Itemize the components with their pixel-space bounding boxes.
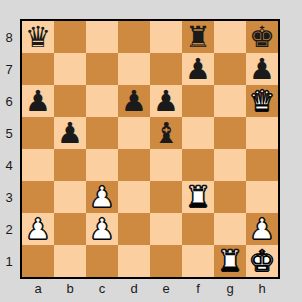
square-e7[interactable] [150, 53, 182, 85]
square-c1[interactable] [86, 245, 118, 277]
square-a5[interactable] [22, 117, 54, 149]
square-d5[interactable] [118, 117, 150, 149]
white-pawn[interactable]: ♟ [86, 213, 118, 245]
square-d1[interactable] [118, 245, 150, 277]
square-e4[interactable] [150, 149, 182, 181]
square-c3[interactable]: ♟ [86, 181, 118, 213]
black-queen[interactable]: ♛ [22, 21, 54, 53]
square-h5[interactable] [246, 117, 278, 149]
square-h3[interactable] [246, 181, 278, 213]
square-h8[interactable]: ♚ [246, 21, 278, 53]
square-a7[interactable] [22, 53, 54, 85]
white-rook[interactable]: ♜ [214, 245, 246, 277]
rank-label-6: 6 [0, 85, 18, 117]
square-a6[interactable]: ♟ [22, 85, 54, 117]
square-c8[interactable] [86, 21, 118, 53]
square-h4[interactable] [246, 149, 278, 181]
black-pawn[interactable]: ♟ [246, 53, 278, 85]
file-label-d: d [118, 281, 150, 299]
file-label-g: g [214, 281, 246, 299]
square-g2[interactable] [214, 213, 246, 245]
square-a3[interactable] [22, 181, 54, 213]
square-d6[interactable]: ♟ [118, 85, 150, 117]
rank-label-2: 2 [0, 213, 18, 245]
rank-label-8: 8 [0, 21, 18, 53]
black-rook[interactable]: ♜ [182, 21, 214, 53]
square-b1[interactable] [54, 245, 86, 277]
square-g1[interactable]: ♜ [214, 245, 246, 277]
black-pawn[interactable]: ♟ [150, 85, 182, 117]
square-h7[interactable]: ♟ [246, 53, 278, 85]
square-f2[interactable] [182, 213, 214, 245]
square-c4[interactable] [86, 149, 118, 181]
square-e3[interactable] [150, 181, 182, 213]
square-f5[interactable] [182, 117, 214, 149]
square-b5[interactable]: ♟ [54, 117, 86, 149]
square-b8[interactable] [54, 21, 86, 53]
square-e8[interactable] [150, 21, 182, 53]
square-g5[interactable] [214, 117, 246, 149]
square-c5[interactable] [86, 117, 118, 149]
square-f8[interactable]: ♜ [182, 21, 214, 53]
square-d3[interactable] [118, 181, 150, 213]
rank-labels: 87654321 [0, 21, 18, 277]
square-b3[interactable] [54, 181, 86, 213]
square-c2[interactable]: ♟ [86, 213, 118, 245]
square-d2[interactable] [118, 213, 150, 245]
square-d4[interactable] [118, 149, 150, 181]
square-f1[interactable] [182, 245, 214, 277]
file-label-e: e [150, 281, 182, 299]
square-g7[interactable] [214, 53, 246, 85]
white-pawn[interactable]: ♟ [22, 213, 54, 245]
chess-board: ♛♜♚♟♟♟♟♟♛♟♝♟♜♟♟♟♜♚ [20, 19, 280, 279]
square-h2[interactable]: ♟ [246, 213, 278, 245]
rank-label-7: 7 [0, 53, 18, 85]
square-d7[interactable] [118, 53, 150, 85]
square-g3[interactable] [214, 181, 246, 213]
square-h1[interactable]: ♚ [246, 245, 278, 277]
square-b2[interactable] [54, 213, 86, 245]
file-label-b: b [54, 281, 86, 299]
white-pawn[interactable]: ♟ [246, 213, 278, 245]
rank-label-4: 4 [0, 149, 18, 181]
square-g4[interactable] [214, 149, 246, 181]
rank-label-1: 1 [0, 245, 18, 277]
square-e6[interactable]: ♟ [150, 85, 182, 117]
square-a1[interactable] [22, 245, 54, 277]
black-pawn[interactable]: ♟ [118, 85, 150, 117]
white-pawn[interactable]: ♟ [86, 181, 118, 213]
black-pawn[interactable]: ♟ [54, 117, 86, 149]
square-b6[interactable] [54, 85, 86, 117]
rank-label-5: 5 [0, 117, 18, 149]
square-e2[interactable] [150, 213, 182, 245]
square-g8[interactable] [214, 21, 246, 53]
square-c7[interactable] [86, 53, 118, 85]
square-h6[interactable]: ♛ [246, 85, 278, 117]
black-king[interactable]: ♚ [246, 21, 278, 53]
file-label-f: f [182, 281, 214, 299]
black-pawn[interactable]: ♟ [182, 53, 214, 85]
square-d8[interactable] [118, 21, 150, 53]
square-f4[interactable] [182, 149, 214, 181]
file-labels: abcdefgh [22, 281, 278, 299]
square-f7[interactable]: ♟ [182, 53, 214, 85]
square-c6[interactable] [86, 85, 118, 117]
square-b4[interactable] [54, 149, 86, 181]
square-f6[interactable] [182, 85, 214, 117]
square-e5[interactable]: ♝ [150, 117, 182, 149]
chess-diagram: 87654321 ♛♜♚♟♟♟♟♟♛♟♝♟♜♟♟♟♜♚ abcdefgh [0, 0, 302, 302]
square-a4[interactable] [22, 149, 54, 181]
file-label-h: h [246, 281, 278, 299]
square-b7[interactable] [54, 53, 86, 85]
square-a2[interactable]: ♟ [22, 213, 54, 245]
file-label-a: a [22, 281, 54, 299]
square-g6[interactable] [214, 85, 246, 117]
black-bishop[interactable]: ♝ [150, 117, 182, 149]
square-e1[interactable] [150, 245, 182, 277]
square-f3[interactable]: ♜ [182, 181, 214, 213]
white-king[interactable]: ♚ [246, 245, 278, 277]
black-pawn[interactable]: ♟ [22, 85, 54, 117]
white-rook[interactable]: ♜ [182, 181, 214, 213]
file-label-c: c [86, 281, 118, 299]
rank-label-3: 3 [0, 181, 18, 213]
square-a8[interactable]: ♛ [22, 21, 54, 53]
white-queen[interactable]: ♛ [246, 85, 278, 117]
